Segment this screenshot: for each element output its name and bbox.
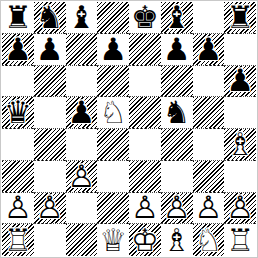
piece-halo: ♟ xyxy=(129,193,161,224)
square-b4[interactable] xyxy=(34,129,66,161)
piece-halo: ♛ xyxy=(2,97,34,128)
piece-white-bishop: ♗ xyxy=(224,129,256,160)
square-b5[interactable] xyxy=(34,97,66,129)
square-a1[interactable]: ♜♖ xyxy=(2,224,34,256)
piece-halo: ♟ xyxy=(193,193,225,224)
piece-white-pawn: ♙ xyxy=(224,193,256,224)
square-d2[interactable] xyxy=(97,193,129,225)
piece-halo: ♟ xyxy=(2,193,34,224)
square-g1[interactable]: ♞♘ xyxy=(193,224,225,256)
square-a4[interactable] xyxy=(2,129,34,161)
square-h2[interactable]: ♟♙ xyxy=(224,193,256,225)
piece-white-pawn: ♙ xyxy=(2,193,34,224)
piece-black-pawn: ♟ xyxy=(34,34,66,65)
piece-halo: ♟ xyxy=(193,34,225,65)
piece-halo: ♚ xyxy=(129,224,161,256)
square-f2[interactable]: ♟♙ xyxy=(161,193,193,225)
square-e8[interactable]: ♚♚ xyxy=(129,2,161,34)
square-d4[interactable] xyxy=(97,129,129,161)
square-h6[interactable]: ♟♟ xyxy=(224,66,256,98)
square-g7[interactable]: ♟♟ xyxy=(193,34,225,66)
piece-halo: ♟ xyxy=(161,34,193,65)
square-h1[interactable]: ♜♖ xyxy=(224,224,256,256)
piece-white-rook: ♖ xyxy=(2,224,34,256)
square-b6[interactable] xyxy=(34,66,66,98)
square-h8[interactable]: ♜♜ xyxy=(224,2,256,34)
piece-halo: ♞ xyxy=(193,224,225,256)
square-a2[interactable]: ♟♙ xyxy=(2,193,34,225)
square-f4[interactable] xyxy=(161,129,193,161)
square-c5[interactable]: ♟♟ xyxy=(66,97,98,129)
piece-black-pawn: ♟ xyxy=(161,34,193,65)
piece-white-pawn: ♙ xyxy=(34,193,66,224)
piece-white-knight: ♘ xyxy=(193,224,225,256)
piece-black-rook: ♜ xyxy=(2,2,34,33)
piece-halo: ♛ xyxy=(97,224,129,256)
square-b8[interactable]: ♞♞ xyxy=(34,2,66,34)
piece-halo: ♞ xyxy=(161,97,193,128)
square-d1[interactable]: ♛♕ xyxy=(97,224,129,256)
square-a8[interactable]: ♜♜ xyxy=(2,2,34,34)
piece-halo: ♟ xyxy=(34,34,66,65)
piece-halo: ♚ xyxy=(129,2,161,33)
piece-halo: ♜ xyxy=(2,224,34,256)
board-frame: ♜♜♞♞♝♝♚♚♝♝♜♜♟♟♟♟♟♟♟♟♟♟♟♟♛♛♟♟♞♘♞♞♝♗♟♙♟♙♟♙… xyxy=(0,0,258,258)
piece-halo: ♜ xyxy=(224,224,256,256)
square-e1[interactable]: ♚♔ xyxy=(129,224,161,256)
square-c3[interactable]: ♟♙ xyxy=(66,161,98,193)
piece-black-knight: ♞ xyxy=(34,2,66,33)
square-c7[interactable] xyxy=(66,34,98,66)
square-g8[interactable] xyxy=(193,2,225,34)
piece-white-queen: ♕ xyxy=(97,224,129,256)
square-g5[interactable] xyxy=(193,97,225,129)
square-g4[interactable] xyxy=(193,129,225,161)
square-d6[interactable] xyxy=(97,66,129,98)
square-f8[interactable]: ♝♝ xyxy=(161,2,193,34)
square-d3[interactable] xyxy=(97,161,129,193)
square-f7[interactable]: ♟♟ xyxy=(161,34,193,66)
piece-black-pawn: ♟ xyxy=(193,34,225,65)
piece-black-bishop: ♝ xyxy=(66,2,98,33)
square-f6[interactable] xyxy=(161,66,193,98)
square-f5[interactable]: ♞♞ xyxy=(161,97,193,129)
square-a6[interactable] xyxy=(2,66,34,98)
square-c4[interactable] xyxy=(66,129,98,161)
square-a5[interactable]: ♛♛ xyxy=(2,97,34,129)
piece-halo: ♟ xyxy=(161,193,193,224)
piece-halo: ♟ xyxy=(224,193,256,224)
square-f1[interactable]: ♝♗ xyxy=(161,224,193,256)
piece-white-pawn: ♙ xyxy=(161,193,193,224)
piece-halo: ♝ xyxy=(161,224,193,256)
piece-black-pawn: ♟ xyxy=(66,97,98,128)
square-d5[interactable]: ♞♘ xyxy=(97,97,129,129)
square-c2[interactable] xyxy=(66,193,98,225)
piece-halo: ♜ xyxy=(2,2,34,33)
piece-black-pawn: ♟ xyxy=(97,34,129,65)
square-g3[interactable] xyxy=(193,161,225,193)
square-e3[interactable] xyxy=(129,161,161,193)
square-b3[interactable] xyxy=(34,161,66,193)
piece-halo: ♝ xyxy=(66,2,98,33)
square-h7[interactable] xyxy=(224,34,256,66)
square-b1[interactable] xyxy=(34,224,66,256)
square-b2[interactable]: ♟♙ xyxy=(34,193,66,225)
square-f3[interactable] xyxy=(161,161,193,193)
square-h5[interactable] xyxy=(224,97,256,129)
piece-black-queen: ♛ xyxy=(2,97,34,128)
square-a7[interactable]: ♟♟ xyxy=(2,34,34,66)
piece-white-knight: ♘ xyxy=(97,97,129,128)
piece-halo: ♟ xyxy=(34,193,66,224)
square-d8[interactable] xyxy=(97,2,129,34)
piece-halo: ♟ xyxy=(2,34,34,65)
square-a3[interactable] xyxy=(2,161,34,193)
square-b7[interactable]: ♟♟ xyxy=(34,34,66,66)
square-c6[interactable] xyxy=(66,66,98,98)
piece-black-pawn: ♟ xyxy=(224,66,256,97)
square-c1[interactable] xyxy=(66,224,98,256)
square-g6[interactable] xyxy=(193,66,225,98)
piece-black-rook: ♜ xyxy=(224,2,256,33)
square-h3[interactable] xyxy=(224,161,256,193)
piece-black-pawn: ♟ xyxy=(2,34,34,65)
piece-white-bishop: ♗ xyxy=(161,224,193,256)
square-h4[interactable]: ♝♗ xyxy=(224,129,256,161)
piece-halo: ♝ xyxy=(161,2,193,33)
piece-white-pawn: ♙ xyxy=(66,161,98,192)
piece-halo: ♟ xyxy=(66,161,98,192)
square-g2[interactable]: ♟♙ xyxy=(193,193,225,225)
square-e2[interactable]: ♟♙ xyxy=(129,193,161,225)
square-d7[interactable]: ♟♟ xyxy=(97,34,129,66)
piece-white-pawn: ♙ xyxy=(193,193,225,224)
square-e4[interactable] xyxy=(129,129,161,161)
piece-black-king: ♚ xyxy=(129,2,161,33)
piece-halo: ♞ xyxy=(97,97,129,128)
piece-white-rook: ♖ xyxy=(224,224,256,256)
piece-white-pawn: ♙ xyxy=(129,193,161,224)
square-e5[interactable] xyxy=(129,97,161,129)
chess-board: ♜♜♞♞♝♝♚♚♝♝♜♜♟♟♟♟♟♟♟♟♟♟♟♟♛♛♟♟♞♘♞♞♝♗♟♙♟♙♟♙… xyxy=(2,2,256,256)
piece-halo: ♝ xyxy=(224,129,256,160)
square-e6[interactable] xyxy=(129,66,161,98)
square-c8[interactable]: ♝♝ xyxy=(66,2,98,34)
piece-halo: ♜ xyxy=(224,2,256,33)
piece-white-king: ♔ xyxy=(129,224,161,256)
piece-halo: ♟ xyxy=(97,34,129,65)
piece-black-knight: ♞ xyxy=(161,97,193,128)
square-e7[interactable] xyxy=(129,34,161,66)
piece-halo: ♟ xyxy=(224,66,256,97)
piece-halo: ♞ xyxy=(34,2,66,33)
piece-halo: ♟ xyxy=(66,97,98,128)
piece-black-bishop: ♝ xyxy=(161,2,193,33)
